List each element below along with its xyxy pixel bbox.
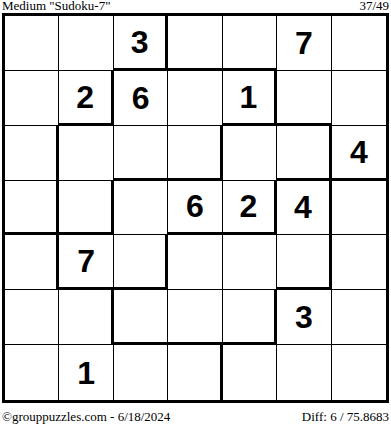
copyright-text: ©grouppuzzles.com - 6/18/2024 xyxy=(2,410,170,424)
cell-r5c6[interactable] xyxy=(277,235,331,290)
cell-r7c3[interactable] xyxy=(114,345,168,400)
cell-r4c5[interactable]: 2 xyxy=(223,181,277,236)
cell-r2c4[interactable] xyxy=(168,71,222,126)
cell-r6c3[interactable] xyxy=(114,290,168,345)
cell-r7c7[interactable] xyxy=(332,345,386,400)
cell-r4c4[interactable]: 6 xyxy=(168,181,222,236)
cell-r1c2[interactable] xyxy=(59,16,113,71)
given-digit: 6 xyxy=(186,190,204,222)
cell-r2c7[interactable] xyxy=(332,71,386,126)
cell-r7c6[interactable] xyxy=(277,345,331,400)
cell-r4c3[interactable] xyxy=(114,181,168,236)
cell-r5c5[interactable] xyxy=(223,235,277,290)
cell-r2c1[interactable] xyxy=(5,71,59,126)
cell-r7c1[interactable] xyxy=(5,345,59,400)
given-count: 37/49 xyxy=(359,0,389,12)
cell-r2c2[interactable]: 2 xyxy=(59,71,113,126)
cell-r6c5[interactable] xyxy=(223,290,277,345)
cell-r5c1[interactable] xyxy=(5,235,59,290)
cell-r3c7[interactable]: 4 xyxy=(332,126,386,181)
cell-r6c4[interactable] xyxy=(168,290,222,345)
cell-r5c2[interactable]: 7 xyxy=(59,235,113,290)
cell-r6c2[interactable] xyxy=(59,290,113,345)
given-digit: 2 xyxy=(76,81,94,113)
cell-r3c5[interactable] xyxy=(223,126,277,181)
given-digit: 3 xyxy=(295,301,313,333)
cell-r4c1[interactable] xyxy=(5,181,59,236)
cell-r1c6[interactable]: 7 xyxy=(277,16,331,71)
given-digit: 4 xyxy=(294,191,312,223)
cell-r2c6[interactable] xyxy=(277,71,331,126)
cell-r6c6[interactable]: 3 xyxy=(277,290,331,345)
given-digit: 1 xyxy=(240,81,258,113)
cell-r3c3[interactable] xyxy=(114,126,168,181)
cell-r5c4[interactable] xyxy=(168,235,222,290)
cell-r7c4[interactable] xyxy=(168,345,222,400)
puzzle-title: Medium "Sudoku-7" xyxy=(2,0,110,12)
cell-r2c3[interactable]: 6 xyxy=(114,71,168,126)
cell-r7c5[interactable] xyxy=(223,345,277,400)
cell-r3c2[interactable] xyxy=(59,126,113,181)
cell-r1c5[interactable] xyxy=(223,16,277,71)
given-digit: 7 xyxy=(77,245,95,277)
page-header: Medium "Sudoku-7" 37/49 xyxy=(0,0,389,13)
cell-r7c2[interactable]: 1 xyxy=(59,345,113,400)
cell-r3c1[interactable] xyxy=(5,126,59,181)
sudoku-board: 372614624731 xyxy=(2,13,389,403)
cell-r2c5[interactable]: 1 xyxy=(223,71,277,126)
given-digit: 7 xyxy=(295,27,313,59)
cell-r4c2[interactable] xyxy=(59,181,113,236)
puzzle-page: { "game": "jigsaw-sudoku-7x7", "header":… xyxy=(0,0,391,426)
page-footer: ©grouppuzzles.com - 6/18/2024 Diff: 6 / … xyxy=(0,410,389,424)
given-digit: 6 xyxy=(132,82,150,114)
cell-r1c3[interactable]: 3 xyxy=(114,16,168,71)
cell-r1c4[interactable] xyxy=(168,16,222,71)
given-digit: 2 xyxy=(240,190,258,222)
cell-r1c1[interactable] xyxy=(5,16,59,71)
cell-r3c6[interactable] xyxy=(277,126,331,181)
difficulty-text: Diff: 6 / 75.8683 xyxy=(302,410,389,424)
cell-r5c3[interactable] xyxy=(114,235,168,290)
given-digit: 1 xyxy=(77,357,95,389)
cell-r5c7[interactable] xyxy=(332,235,386,290)
cell-r4c7[interactable] xyxy=(332,181,386,236)
given-digit: 4 xyxy=(350,136,368,168)
cell-r1c7[interactable] xyxy=(332,16,386,71)
given-digit: 3 xyxy=(131,26,149,58)
cell-r6c7[interactable] xyxy=(332,290,386,345)
cell-r3c4[interactable] xyxy=(168,126,222,181)
cell-r4c6[interactable]: 4 xyxy=(277,181,331,236)
cell-r6c1[interactable] xyxy=(5,290,59,345)
